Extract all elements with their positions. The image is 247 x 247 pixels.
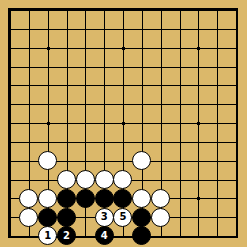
stone-black-move-4: 4 — [95, 226, 114, 245]
stone-white — [57, 170, 76, 189]
stone-black — [76, 189, 95, 208]
stone-white — [38, 189, 57, 208]
stone-white-move-3: 3 — [95, 208, 114, 227]
stone-black — [113, 189, 132, 208]
stone-black — [57, 189, 76, 208]
stone-black — [132, 208, 151, 227]
stone-white — [38, 151, 57, 170]
stone-white — [113, 170, 132, 189]
stone-black-move-2: 2 — [57, 226, 76, 245]
stone-black — [132, 226, 151, 245]
go-board-diagram: 35124 — [0, 0, 247, 247]
stone-white — [76, 170, 95, 189]
stone-black — [57, 208, 76, 227]
board-grid[interactable]: 35124 — [1, 1, 246, 246]
stone-white — [19, 208, 38, 227]
stone-white — [19, 189, 38, 208]
stone-white — [132, 151, 151, 170]
stone-white — [132, 189, 151, 208]
stone-white-move-1: 1 — [38, 226, 57, 245]
stone-white-move-5: 5 — [113, 208, 132, 227]
stone-white — [151, 189, 170, 208]
stone-white — [151, 208, 170, 227]
stone-black — [95, 189, 114, 208]
stone-white — [95, 170, 114, 189]
stone-black — [38, 208, 57, 227]
